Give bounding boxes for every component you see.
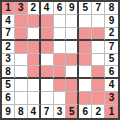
cell-r2c4[interactable] <box>41 15 54 28</box>
cell-r7c7[interactable] <box>79 79 92 92</box>
cell-r1c4[interactable]: 4 <box>41 2 54 15</box>
cell-r3c5[interactable] <box>54 28 67 41</box>
cell-r4c9[interactable]: 7 <box>105 41 118 54</box>
cell-r4c3[interactable] <box>28 41 41 54</box>
cell-r8c2[interactable] <box>15 92 28 105</box>
cell-r3c7[interactable] <box>79 28 92 41</box>
cell-r4c7[interactable] <box>79 41 92 54</box>
cell-r5c7[interactable] <box>79 54 92 67</box>
cell-r2c3[interactable] <box>28 15 41 28</box>
cell-r2c9[interactable]: 9 <box>105 15 118 28</box>
cell-r1c6[interactable]: 9 <box>66 2 79 15</box>
cell-r7c3[interactable] <box>28 79 41 92</box>
cell-r3c9[interactable]: 2 <box>105 28 118 41</box>
cell-r4c2[interactable] <box>15 41 28 54</box>
cell-r9c4[interactable]: 7 <box>41 105 54 118</box>
cell-r5c2[interactable] <box>15 54 28 67</box>
cell-r5c5[interactable] <box>54 54 67 67</box>
cell-r2c8[interactable] <box>92 15 105 28</box>
cell-r4c4[interactable] <box>41 41 54 54</box>
cell-r2c7[interactable] <box>79 15 92 28</box>
cell-r1c5[interactable]: 6 <box>54 2 67 15</box>
cell-r6c3[interactable] <box>28 66 41 79</box>
cell-r4c6[interactable] <box>66 41 79 54</box>
cell-r4c5[interactable] <box>54 41 67 54</box>
cell-r3c3[interactable] <box>28 28 41 41</box>
cell-r9c1[interactable]: 9 <box>2 105 15 118</box>
cell-r1c7[interactable]: 5 <box>79 2 92 15</box>
cell-r1c2[interactable]: 3 <box>15 2 28 15</box>
cell-r9c8[interactable]: 2 <box>92 105 105 118</box>
cell-r1c1[interactable]: 1 <box>2 2 15 15</box>
cell-r5c3[interactable] <box>28 54 41 67</box>
cell-r8c8[interactable] <box>92 92 105 105</box>
cell-r6c8[interactable] <box>92 66 105 79</box>
cell-r8c3[interactable] <box>28 92 41 105</box>
cell-r3c8[interactable] <box>92 28 105 41</box>
cell-r9c6[interactable]: 5 <box>66 105 79 118</box>
cell-r7c1[interactable]: 5 <box>2 79 15 92</box>
cell-r6c7[interactable] <box>79 66 92 79</box>
cell-r2c6[interactable] <box>66 15 79 28</box>
cell-r2c5[interactable] <box>54 15 67 28</box>
cell-r8c5[interactable] <box>54 92 67 105</box>
cell-r3c4[interactable] <box>41 28 54 41</box>
cell-r7c4[interactable] <box>41 79 54 92</box>
cell-r6c1[interactable]: 8 <box>2 66 15 79</box>
cell-r2c2[interactable] <box>15 15 28 28</box>
cell-r7c2[interactable] <box>15 79 28 92</box>
cell-r8c9[interactable]: 3 <box>105 92 118 105</box>
cell-r8c1[interactable]: 6 <box>2 92 15 105</box>
cell-r6c4[interactable] <box>41 66 54 79</box>
cell-r6c5[interactable] <box>54 66 67 79</box>
cell-r9c7[interactable]: 6 <box>79 105 92 118</box>
cell-r9c9[interactable]: 1 <box>105 105 118 118</box>
cell-r5c4[interactable] <box>41 54 54 67</box>
cell-r3c6[interactable] <box>66 28 79 41</box>
cell-r7c9[interactable]: 4 <box>105 79 118 92</box>
cell-r6c2[interactable] <box>15 66 28 79</box>
cell-r1c3[interactable]: 2 <box>28 2 41 15</box>
cell-r3c2[interactable] <box>15 28 28 41</box>
cell-r8c6[interactable] <box>66 92 79 105</box>
cell-r8c4[interactable] <box>41 92 54 105</box>
cell-r5c9[interactable]: 5 <box>105 54 118 67</box>
cell-r1c8[interactable]: 7 <box>92 2 105 15</box>
sudoku-board: 13246957849722735865463984735621 <box>0 0 120 120</box>
cell-r7c8[interactable] <box>92 79 105 92</box>
cell-r7c6[interactable] <box>66 79 79 92</box>
cell-r7c5[interactable] <box>54 79 67 92</box>
cell-r4c8[interactable] <box>92 41 105 54</box>
cell-r2c1[interactable]: 4 <box>2 15 15 28</box>
cell-r9c5[interactable]: 3 <box>54 105 67 118</box>
cell-r9c3[interactable]: 4 <box>28 105 41 118</box>
cell-r3c1[interactable]: 7 <box>2 28 15 41</box>
cell-r5c6[interactable] <box>66 54 79 67</box>
cell-r1c9[interactable]: 8 <box>105 2 118 15</box>
cell-r5c1[interactable]: 3 <box>2 54 15 67</box>
cell-r6c6[interactable] <box>66 66 79 79</box>
cell-r6c9[interactable]: 6 <box>105 66 118 79</box>
cell-r5c8[interactable] <box>92 54 105 67</box>
cell-r4c1[interactable]: 2 <box>2 41 15 54</box>
cell-r8c7[interactable] <box>79 92 92 105</box>
cell-r9c2[interactable]: 8 <box>15 105 28 118</box>
